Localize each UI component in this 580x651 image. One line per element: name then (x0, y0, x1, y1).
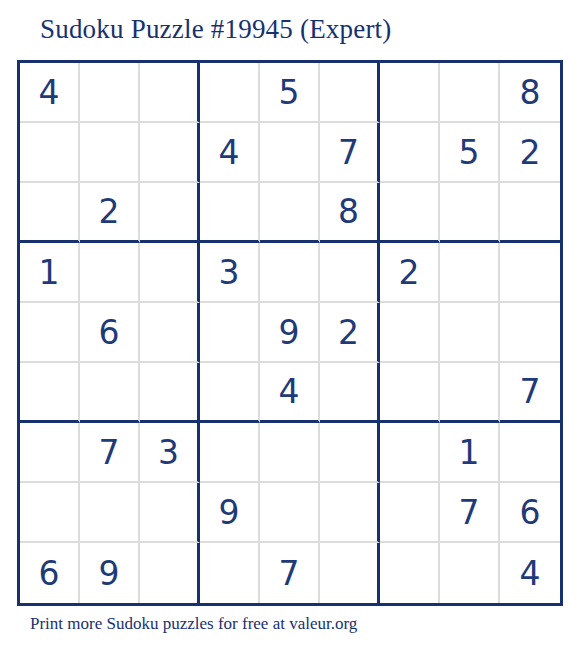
cell-r7c1[interactable] (20, 423, 80, 483)
cell-r9c2[interactable]: 9 (80, 543, 140, 603)
sudoku-page: Sudoku Puzzle #19945 (Expert) 4584752281… (0, 0, 580, 651)
cell-r7c3[interactable]: 3 (140, 423, 200, 483)
cell-r8c8[interactable]: 7 (440, 483, 500, 543)
cell-r1c9[interactable]: 8 (500, 63, 560, 123)
cell-r3c8[interactable] (440, 183, 500, 243)
cell-r3c1[interactable] (20, 183, 80, 243)
sudoku-grid: 458475228132692477319766974 (17, 60, 563, 606)
cell-r6c6[interactable] (320, 363, 380, 423)
cell-r4c4[interactable]: 3 (200, 243, 260, 303)
cell-r9c7[interactable] (380, 543, 440, 603)
cell-r2c4[interactable]: 4 (200, 123, 260, 183)
cell-r7c4[interactable] (200, 423, 260, 483)
cell-r1c2[interactable] (80, 63, 140, 123)
cell-r3c9[interactable] (500, 183, 560, 243)
cell-r4c9[interactable] (500, 243, 560, 303)
cell-r6c3[interactable] (140, 363, 200, 423)
cell-r5c3[interactable] (140, 303, 200, 363)
cell-r2c1[interactable] (20, 123, 80, 183)
cell-r5c2[interactable]: 6 (80, 303, 140, 363)
cell-r9c6[interactable] (320, 543, 380, 603)
cell-r7c9[interactable] (500, 423, 560, 483)
cell-r7c5[interactable] (260, 423, 320, 483)
cell-r9c4[interactable] (200, 543, 260, 603)
cell-r2c8[interactable]: 5 (440, 123, 500, 183)
cell-r1c7[interactable] (380, 63, 440, 123)
cell-r8c7[interactable] (380, 483, 440, 543)
cell-r3c3[interactable] (140, 183, 200, 243)
cell-r3c2[interactable]: 2 (80, 183, 140, 243)
cell-r7c2[interactable]: 7 (80, 423, 140, 483)
cell-r6c9[interactable]: 7 (500, 363, 560, 423)
cell-r2c7[interactable] (380, 123, 440, 183)
cell-r7c8[interactable]: 1 (440, 423, 500, 483)
cell-r5c8[interactable] (440, 303, 500, 363)
cell-r9c3[interactable] (140, 543, 200, 603)
cell-r8c1[interactable] (20, 483, 80, 543)
cell-r6c5[interactable]: 4 (260, 363, 320, 423)
cell-r9c5[interactable]: 7 (260, 543, 320, 603)
cell-r3c6[interactable]: 8 (320, 183, 380, 243)
cell-r1c8[interactable] (440, 63, 500, 123)
cell-r5c4[interactable] (200, 303, 260, 363)
cell-r4c5[interactable] (260, 243, 320, 303)
cell-r8c5[interactable] (260, 483, 320, 543)
cell-r5c5[interactable]: 9 (260, 303, 320, 363)
cell-r9c1[interactable]: 6 (20, 543, 80, 603)
cell-r3c5[interactable] (260, 183, 320, 243)
cell-r8c4[interactable]: 9 (200, 483, 260, 543)
cell-r4c1[interactable]: 1 (20, 243, 80, 303)
cell-r2c2[interactable] (80, 123, 140, 183)
cell-r3c7[interactable] (380, 183, 440, 243)
cell-r4c3[interactable] (140, 243, 200, 303)
cell-r8c2[interactable] (80, 483, 140, 543)
cell-r7c6[interactable] (320, 423, 380, 483)
cell-r2c9[interactable]: 2 (500, 123, 560, 183)
cell-r1c4[interactable] (200, 63, 260, 123)
cell-r6c1[interactable] (20, 363, 80, 423)
cell-r2c5[interactable] (260, 123, 320, 183)
cell-r4c6[interactable] (320, 243, 380, 303)
cell-r4c7[interactable]: 2 (380, 243, 440, 303)
cell-r6c8[interactable] (440, 363, 500, 423)
cell-r5c1[interactable] (20, 303, 80, 363)
cell-r9c8[interactable] (440, 543, 500, 603)
cell-r9c9[interactable]: 4 (500, 543, 560, 603)
cell-r7c7[interactable] (380, 423, 440, 483)
cell-r5c7[interactable] (380, 303, 440, 363)
footer-text: Print more Sudoku puzzles for free at va… (30, 614, 357, 634)
cell-r6c4[interactable] (200, 363, 260, 423)
cell-r1c5[interactable]: 5 (260, 63, 320, 123)
cell-r2c6[interactable]: 7 (320, 123, 380, 183)
cell-r5c6[interactable]: 2 (320, 303, 380, 363)
cell-r3c4[interactable] (200, 183, 260, 243)
cell-r1c6[interactable] (320, 63, 380, 123)
cell-r8c9[interactable]: 6 (500, 483, 560, 543)
cell-r6c2[interactable] (80, 363, 140, 423)
cell-r1c1[interactable]: 4 (20, 63, 80, 123)
cell-r6c7[interactable] (380, 363, 440, 423)
page-title: Sudoku Puzzle #19945 (Expert) (40, 14, 392, 45)
cell-r1c3[interactable] (140, 63, 200, 123)
cell-r8c6[interactable] (320, 483, 380, 543)
cell-r5c9[interactable] (500, 303, 560, 363)
cell-r4c8[interactable] (440, 243, 500, 303)
cell-r8c3[interactable] (140, 483, 200, 543)
cell-r2c3[interactable] (140, 123, 200, 183)
cell-r4c2[interactable] (80, 243, 140, 303)
